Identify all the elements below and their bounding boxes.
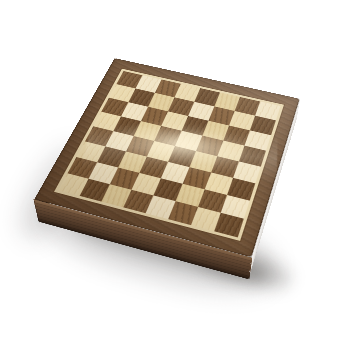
board-square[interactable] — [196, 136, 223, 157]
scene-3d — [0, 0, 340, 340]
board-square[interactable] — [233, 161, 261, 183]
board-square[interactable] — [227, 178, 255, 201]
board-square[interactable] — [217, 141, 244, 162]
board-square[interactable] — [245, 130, 271, 150]
board-square[interactable] — [139, 157, 168, 179]
board-square[interactable] — [89, 162, 119, 184]
board-square[interactable] — [168, 201, 198, 225]
board-square[interactable] — [175, 131, 202, 151]
board-square[interactable] — [168, 146, 196, 167]
board-square[interactable] — [58, 173, 88, 196]
board-square[interactable] — [123, 190, 153, 213]
board-square[interactable] — [97, 146, 126, 167]
board-square[interactable] — [146, 195, 176, 219]
board-square[interactable] — [132, 173, 161, 196]
board-square[interactable] — [191, 207, 221, 231]
board-square[interactable] — [110, 168, 139, 190]
board-square[interactable] — [176, 184, 205, 207]
board-square[interactable] — [221, 195, 250, 219]
board-square[interactable] — [205, 172, 233, 195]
product-photo-scene — [0, 0, 340, 340]
board-square[interactable] — [153, 178, 182, 201]
board-square[interactable] — [80, 179, 110, 202]
board-square[interactable] — [101, 184, 131, 207]
board-square[interactable] — [239, 146, 266, 167]
board-square[interactable] — [118, 151, 147, 172]
board-square[interactable] — [161, 162, 190, 184]
board-square[interactable] — [67, 157, 97, 179]
board-square[interactable] — [214, 213, 244, 238]
board-square[interactable] — [198, 189, 227, 212]
chess-board-box — [34, 58, 300, 257]
board-square[interactable] — [76, 141, 105, 162]
board-square[interactable] — [211, 156, 239, 178]
board-square[interactable] — [183, 167, 212, 189]
board-square[interactable] — [189, 151, 217, 172]
